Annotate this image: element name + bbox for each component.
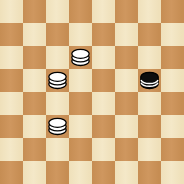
dark-square-21[interactable] xyxy=(0,115,23,138)
dark-square-5[interactable] xyxy=(0,23,23,46)
dark-square-14[interactable] xyxy=(46,69,69,92)
checkers-board xyxy=(0,0,184,184)
light-square-r6c4 xyxy=(92,138,115,161)
dark-square-27[interactable] xyxy=(115,138,138,161)
light-square-r5c7 xyxy=(161,115,184,138)
white-man-glyph xyxy=(46,69,69,92)
dark-square-29[interactable] xyxy=(0,161,23,184)
white-man-glyph xyxy=(46,115,69,138)
white-man-piece[interactable] xyxy=(46,115,69,138)
black-man-piece[interactable] xyxy=(138,69,161,92)
dark-square-22[interactable] xyxy=(46,115,69,138)
dark-square-24[interactable] xyxy=(138,115,161,138)
white-man-piece[interactable] xyxy=(46,69,69,92)
dark-square-15[interactable] xyxy=(92,69,115,92)
dark-square-18[interactable] xyxy=(69,92,92,115)
dark-square-10[interactable] xyxy=(69,46,92,69)
light-square-r7c7 xyxy=(161,161,184,184)
light-square-r3c5 xyxy=(115,69,138,92)
white-man-glyph xyxy=(69,46,92,69)
light-square-r3c7 xyxy=(161,69,184,92)
light-square-r7c1 xyxy=(23,161,46,184)
black-man-glyph xyxy=(138,69,161,92)
light-square-r0c2 xyxy=(46,0,69,23)
dark-square-20[interactable] xyxy=(161,92,184,115)
light-square-r3c1 xyxy=(23,69,46,92)
dark-square-23[interactable] xyxy=(92,115,115,138)
dark-square-13[interactable] xyxy=(0,69,23,92)
dark-square-30[interactable] xyxy=(46,161,69,184)
light-square-r5c5 xyxy=(115,115,138,138)
light-square-r5c1 xyxy=(23,115,46,138)
light-square-r2c2 xyxy=(46,46,69,69)
dark-square-31[interactable] xyxy=(92,161,115,184)
light-square-r6c0 xyxy=(0,138,23,161)
light-square-r4c2 xyxy=(46,92,69,115)
light-square-r4c4 xyxy=(92,92,115,115)
dark-square-2[interactable] xyxy=(69,0,92,23)
dark-square-28[interactable] xyxy=(161,138,184,161)
light-square-r0c6 xyxy=(138,0,161,23)
light-square-r2c6 xyxy=(138,46,161,69)
light-square-r2c0 xyxy=(0,46,23,69)
dark-square-16[interactable] xyxy=(138,69,161,92)
dark-square-7[interactable] xyxy=(92,23,115,46)
light-square-r1c5 xyxy=(115,23,138,46)
dark-square-1[interactable] xyxy=(23,0,46,23)
white-man-piece[interactable] xyxy=(69,46,92,69)
light-square-r5c3 xyxy=(69,115,92,138)
dark-square-26[interactable] xyxy=(69,138,92,161)
dark-square-32[interactable] xyxy=(138,161,161,184)
light-square-r7c3 xyxy=(69,161,92,184)
light-square-r6c6 xyxy=(138,138,161,161)
dark-square-19[interactable] xyxy=(115,92,138,115)
dark-square-6[interactable] xyxy=(46,23,69,46)
light-square-r0c0 xyxy=(0,0,23,23)
dark-square-11[interactable] xyxy=(115,46,138,69)
dark-square-3[interactable] xyxy=(115,0,138,23)
dark-square-8[interactable] xyxy=(138,23,161,46)
light-square-r1c7 xyxy=(161,23,184,46)
dark-square-25[interactable] xyxy=(23,138,46,161)
light-square-r0c4 xyxy=(92,0,115,23)
light-square-r2c4 xyxy=(92,46,115,69)
light-square-r1c3 xyxy=(69,23,92,46)
light-square-r3c3 xyxy=(69,69,92,92)
light-square-r7c5 xyxy=(115,161,138,184)
dark-square-17[interactable] xyxy=(23,92,46,115)
dark-square-9[interactable] xyxy=(23,46,46,69)
light-square-r6c2 xyxy=(46,138,69,161)
light-square-r1c1 xyxy=(23,23,46,46)
dark-square-4[interactable] xyxy=(161,0,184,23)
dark-square-12[interactable] xyxy=(161,46,184,69)
light-square-r4c6 xyxy=(138,92,161,115)
light-square-r4c0 xyxy=(0,92,23,115)
